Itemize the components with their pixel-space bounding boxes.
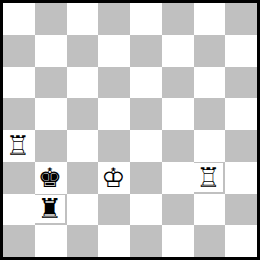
square-d1[interactable] <box>98 225 130 257</box>
square-f3[interactable] <box>162 162 194 194</box>
piece-tile-a4: ♖ <box>4 131 33 160</box>
square-g7[interactable] <box>194 35 226 67</box>
square-c5[interactable] <box>67 98 99 130</box>
piece-black-rook[interactable]: ♜ <box>38 195 62 222</box>
square-b6[interactable] <box>35 67 67 99</box>
piece-black-king[interactable]: ♚ <box>38 164 62 191</box>
square-e8[interactable] <box>130 3 162 35</box>
square-b2[interactable]: ♜ <box>35 194 67 226</box>
square-f5[interactable] <box>162 98 194 130</box>
square-a7[interactable] <box>3 35 35 67</box>
square-b4[interactable] <box>35 130 67 162</box>
square-b3[interactable]: ♚ <box>35 162 67 194</box>
square-h5[interactable] <box>225 98 257 130</box>
square-f8[interactable] <box>162 3 194 35</box>
square-h8[interactable] <box>225 3 257 35</box>
square-e5[interactable] <box>130 98 162 130</box>
square-g3[interactable]: ♖ <box>194 162 226 194</box>
square-a6[interactable] <box>3 67 35 99</box>
square-h3[interactable] <box>225 162 257 194</box>
square-g2[interactable] <box>194 194 226 226</box>
square-e2[interactable] <box>130 194 162 226</box>
square-h4[interactable] <box>225 130 257 162</box>
square-g8[interactable] <box>194 3 226 35</box>
square-g5[interactable] <box>194 98 226 130</box>
square-f1[interactable] <box>162 225 194 257</box>
square-e3[interactable] <box>130 162 162 194</box>
square-f7[interactable] <box>162 35 194 67</box>
square-g4[interactable] <box>194 130 226 162</box>
square-c6[interactable] <box>67 67 99 99</box>
square-c1[interactable] <box>67 225 99 257</box>
square-d3[interactable]: ♔ <box>98 162 130 194</box>
piece-tile-d3: ♔ <box>99 163 128 192</box>
square-b5[interactable] <box>35 98 67 130</box>
square-d7[interactable] <box>98 35 130 67</box>
square-e6[interactable] <box>130 67 162 99</box>
square-a5[interactable] <box>3 98 35 130</box>
square-h1[interactable] <box>225 225 257 257</box>
square-f6[interactable] <box>162 67 194 99</box>
piece-tile-b2: ♜ <box>35 195 64 224</box>
square-a3[interactable] <box>3 162 35 194</box>
square-b1[interactable] <box>35 225 67 257</box>
piece-white-rook[interactable]: ♖ <box>197 164 221 191</box>
square-c8[interactable] <box>67 3 99 35</box>
square-g6[interactable] <box>194 67 226 99</box>
square-e7[interactable] <box>130 35 162 67</box>
square-g1[interactable] <box>194 225 226 257</box>
square-h2[interactable] <box>225 194 257 226</box>
square-d2[interactable] <box>98 194 130 226</box>
chess-board: ♖♚♔♖♜ <box>0 0 260 260</box>
square-e4[interactable] <box>130 130 162 162</box>
square-a1[interactable] <box>3 225 35 257</box>
square-c4[interactable] <box>67 130 99 162</box>
square-d6[interactable] <box>98 67 130 99</box>
piece-white-rook[interactable]: ♖ <box>6 132 30 159</box>
square-c2[interactable] <box>67 194 99 226</box>
piece-tile-g3: ♖ <box>194 163 223 192</box>
square-a2[interactable] <box>3 194 35 226</box>
square-a4[interactable]: ♖ <box>3 130 35 162</box>
square-e1[interactable] <box>130 225 162 257</box>
square-b7[interactable] <box>35 35 67 67</box>
square-h6[interactable] <box>225 67 257 99</box>
square-d4[interactable] <box>98 130 130 162</box>
square-b8[interactable] <box>35 3 67 35</box>
square-h7[interactable] <box>225 35 257 67</box>
piece-white-king[interactable]: ♔ <box>101 164 125 191</box>
square-d8[interactable] <box>98 3 130 35</box>
square-d5[interactable] <box>98 98 130 130</box>
square-c7[interactable] <box>67 35 99 67</box>
square-f4[interactable] <box>162 130 194 162</box>
square-c3[interactable] <box>67 162 99 194</box>
square-a8[interactable] <box>3 3 35 35</box>
square-f2[interactable] <box>162 194 194 226</box>
piece-tile-b3: ♚ <box>35 163 64 192</box>
